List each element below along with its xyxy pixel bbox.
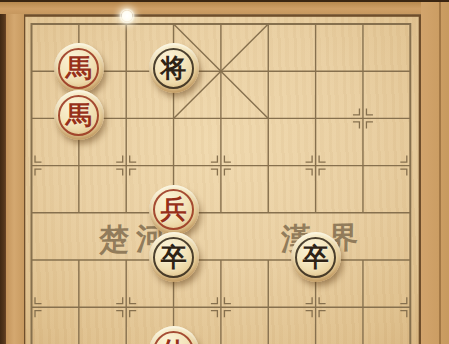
piece-black-general[interactable]: 将: [149, 43, 199, 93]
piece-red-advisor[interactable]: 仕: [149, 326, 199, 344]
piece-character: 兵: [149, 185, 199, 235]
highlight-glow-dot: [121, 10, 133, 22]
piece-character: 将: [149, 43, 199, 93]
piece-red-soldier[interactable]: 兵: [149, 185, 199, 235]
piece-character: 馬: [54, 43, 104, 93]
piece-character: 仕: [149, 326, 199, 344]
board-right-wood-margin: [421, 2, 449, 344]
board-left-wood-margin: [6, 2, 24, 344]
piece-character: 卒: [291, 232, 341, 282]
piece-red-horse-2[interactable]: 馬: [54, 90, 104, 140]
board-top-wood-margin: [0, 2, 449, 14]
piece-character: 馬: [54, 90, 104, 140]
piece-black-soldier-2[interactable]: 卒: [291, 232, 341, 282]
piece-character: 卒: [149, 232, 199, 282]
piece-red-horse-1[interactable]: 馬: [54, 43, 104, 93]
board-right-margin-line: [439, 2, 441, 344]
xiangqi-app-screen: 楚河 漢界 馬将馬兵卒卒仕: [0, 0, 449, 344]
piece-black-soldier-1[interactable]: 卒: [149, 232, 199, 282]
